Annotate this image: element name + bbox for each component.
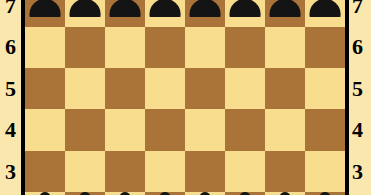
white-pawn-top[interactable] bbox=[320, 192, 330, 195]
square-c2[interactable] bbox=[105, 192, 145, 195]
rank-label-right-4: 4 bbox=[349, 118, 371, 142]
rank-label-left-3: 3 bbox=[0, 160, 21, 184]
square-d5[interactable] bbox=[145, 68, 185, 109]
square-h3[interactable] bbox=[305, 151, 345, 192]
rank-label-left-4: 4 bbox=[0, 118, 21, 142]
square-h2[interactable] bbox=[305, 192, 345, 195]
square-e3[interactable] bbox=[185, 151, 225, 192]
square-g6[interactable] bbox=[265, 27, 305, 68]
square-g5[interactable] bbox=[265, 68, 305, 109]
white-pawn-top[interactable] bbox=[120, 192, 130, 195]
square-g3[interactable] bbox=[265, 151, 305, 192]
square-d4[interactable] bbox=[145, 109, 185, 150]
square-e2[interactable] bbox=[185, 192, 225, 195]
square-d2[interactable] bbox=[145, 192, 185, 195]
white-pawn-top[interactable] bbox=[160, 192, 170, 195]
square-e4[interactable] bbox=[185, 109, 225, 150]
square-c7[interactable]: ♟ bbox=[105, 0, 145, 27]
square-a4[interactable] bbox=[25, 109, 65, 150]
square-c4[interactable] bbox=[105, 109, 145, 150]
square-a6[interactable] bbox=[25, 27, 65, 68]
square-b5[interactable] bbox=[65, 68, 105, 109]
square-f4[interactable] bbox=[225, 109, 265, 150]
square-f3[interactable] bbox=[225, 151, 265, 192]
rank-label-left-5: 5 bbox=[0, 77, 21, 101]
square-b6[interactable] bbox=[65, 27, 105, 68]
white-pawn-top[interactable] bbox=[80, 192, 90, 195]
square-g4[interactable] bbox=[265, 109, 305, 150]
square-b4[interactable] bbox=[65, 109, 105, 150]
white-pawn-top[interactable] bbox=[40, 192, 50, 195]
square-e7[interactable]: ♟ bbox=[185, 0, 225, 27]
square-c6[interactable] bbox=[105, 27, 145, 68]
square-h7[interactable]: ♟ bbox=[305, 0, 345, 27]
rank-label-right-7: 7 bbox=[349, 0, 371, 18]
square-e6[interactable] bbox=[185, 27, 225, 68]
square-h4[interactable] bbox=[305, 109, 345, 150]
square-c5[interactable] bbox=[105, 68, 145, 109]
rank-coordinates-right: 76543 bbox=[349, 0, 371, 195]
square-a5[interactable] bbox=[25, 68, 65, 109]
rank-label-right-5: 5 bbox=[349, 77, 371, 101]
square-b3[interactable] bbox=[65, 151, 105, 192]
rank-label-left-6: 6 bbox=[0, 35, 21, 59]
board-border-right bbox=[345, 0, 349, 195]
square-g2[interactable] bbox=[265, 192, 305, 195]
square-f7[interactable]: ♟ bbox=[225, 0, 265, 27]
rank-label-right-6: 6 bbox=[349, 35, 371, 59]
square-c3[interactable] bbox=[105, 151, 145, 192]
square-d3[interactable] bbox=[145, 151, 185, 192]
square-d7[interactable]: ♟ bbox=[145, 0, 185, 27]
white-pawn-top[interactable] bbox=[200, 192, 210, 195]
square-f5[interactable] bbox=[225, 68, 265, 109]
square-a7[interactable]: ♟ bbox=[25, 0, 65, 27]
black-pawn[interactable]: ♟ bbox=[302, 0, 349, 27]
chessboard-screenshot: ♟♟♟♟♟♟♟♟ 76543 76543 bbox=[0, 0, 371, 195]
square-f2[interactable] bbox=[225, 192, 265, 195]
square-g7[interactable]: ♟ bbox=[265, 0, 305, 27]
square-b7[interactable]: ♟ bbox=[65, 0, 105, 27]
square-a3[interactable] bbox=[25, 151, 65, 192]
rank-label-right-3: 3 bbox=[349, 160, 371, 184]
square-a2[interactable] bbox=[25, 192, 65, 195]
square-e5[interactable] bbox=[185, 68, 225, 109]
square-d6[interactable] bbox=[145, 27, 185, 68]
white-pawn-top[interactable] bbox=[240, 192, 250, 195]
square-h5[interactable] bbox=[305, 68, 345, 109]
square-b2[interactable] bbox=[65, 192, 105, 195]
board-border-left bbox=[21, 0, 25, 195]
square-f6[interactable] bbox=[225, 27, 265, 68]
rank-coordinates-left: 76543 bbox=[0, 0, 21, 195]
rank-label-left-7: 7 bbox=[0, 0, 21, 18]
white-pawn-top[interactable] bbox=[280, 192, 290, 195]
chess-board: ♟♟♟♟♟♟♟♟ bbox=[25, 0, 345, 195]
square-h6[interactable] bbox=[305, 27, 345, 68]
